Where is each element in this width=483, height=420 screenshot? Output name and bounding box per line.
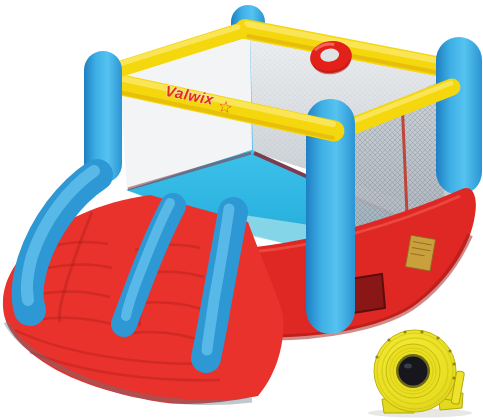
slide [3, 171, 283, 404]
air-blower [368, 330, 472, 418]
post-back-right [436, 37, 482, 195]
blower-intake-glint [404, 364, 412, 369]
bounce-house-illustration: Valwix ★ [0, 0, 483, 420]
warning-label [405, 235, 435, 271]
product-photo: Valwix ★ [0, 0, 483, 420]
storage-pocket [350, 274, 385, 313]
blower-intake-dark [399, 357, 428, 386]
